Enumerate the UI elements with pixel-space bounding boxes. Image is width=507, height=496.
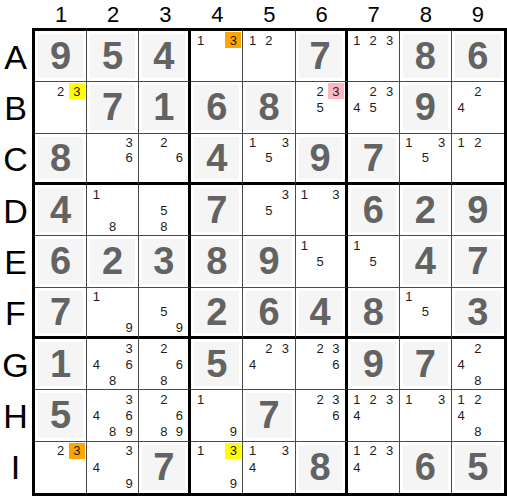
cell-C5[interactable]: 135: [243, 134, 295, 185]
cell-G9[interactable]: 248: [452, 339, 504, 390]
cell-A2[interactable]: 5: [87, 31, 139, 82]
empty-candidate-slot: [88, 304, 104, 319]
candidate-3: 3: [277, 135, 293, 150]
big-digit: 5: [455, 445, 501, 490]
cell-B6[interactable]: 235: [296, 82, 348, 133]
cell-D3[interactable]: 58: [139, 185, 191, 236]
candidate-9: 9: [121, 476, 137, 492]
big-digit: 5: [194, 342, 239, 386]
candidates-grid: 19: [191, 390, 242, 440]
empty-candidate-slot: [244, 476, 260, 492]
cell-E3[interactable]: 3: [139, 236, 191, 287]
empty-candidate-slot: [172, 218, 188, 234]
empty-candidate-slot: [104, 186, 120, 202]
big-digit: 2: [194, 291, 239, 333]
cell-A8[interactable]: 8: [400, 31, 452, 82]
empty-candidate-slot: [104, 459, 120, 475]
candidates-grid: 235: [296, 82, 345, 132]
empty-candidate-slot: [104, 202, 120, 218]
cell-A5[interactable]: 12: [243, 31, 295, 82]
cell-B2[interactable]: 7: [87, 82, 139, 133]
cell-G5[interactable]: 234: [243, 339, 295, 390]
candidate-1: 1: [349, 391, 365, 407]
candidate-9: 9: [172, 320, 188, 335]
empty-candidate-slot: [140, 391, 156, 407]
empty-candidate-slot: [88, 320, 104, 335]
empty-candidate-slot: [365, 459, 381, 475]
empty-candidate-slot: [349, 48, 365, 64]
empty-candidate-slot: [261, 372, 277, 388]
candidates-grid: 13: [400, 390, 451, 440]
cell-C7[interactable]: 7: [348, 134, 400, 185]
candidates-grid: 248: [452, 339, 504, 389]
cell-I8[interactable]: 6: [400, 442, 452, 493]
cell-C4[interactable]: 4: [191, 134, 243, 185]
column-labels: 123456789: [35, 0, 504, 27]
empty-candidate-slot: [172, 391, 188, 407]
empty-candidate-slot: [261, 356, 277, 372]
empty-candidate-slot: [277, 218, 293, 234]
cell-F1[interactable]: 7: [35, 288, 87, 339]
empty-candidate-slot: [381, 476, 397, 492]
empty-candidate-slot: [297, 270, 313, 286]
empty-candidate-slot: [486, 340, 503, 356]
empty-candidate-slot: [486, 99, 503, 115]
empty-candidate-slot: [140, 150, 156, 165]
cell-F8[interactable]: 15: [400, 288, 452, 339]
empty-candidate-slot: [225, 459, 241, 475]
empty-candidate-slot: [312, 356, 328, 372]
candidate-8: 8: [156, 424, 172, 440]
candidate-3: 3: [277, 186, 293, 202]
candidate-3: 3: [434, 135, 450, 150]
empty-candidate-slot: [104, 150, 120, 165]
empty-candidate-slot: [349, 270, 365, 286]
candidate-3-highlighted-yellow: 3: [225, 443, 241, 459]
cell-F6[interactable]: 4: [296, 288, 348, 339]
cell-E5[interactable]: 9: [243, 236, 295, 287]
cell-A1[interactable]: 9: [35, 31, 87, 82]
candidate-4: 4: [349, 459, 365, 475]
empty-candidate-slot: [261, 48, 277, 64]
empty-candidate-slot: [470, 150, 487, 165]
sudoku-app: 123456789 ABCDEFGHI 95413127123862371682…: [0, 0, 507, 496]
big-digit: 8: [351, 291, 396, 333]
empty-candidate-slot: [417, 424, 433, 440]
empty-candidate-slot: [486, 150, 503, 165]
candidates-grid: 23: [35, 82, 86, 132]
empty-candidate-slot: [417, 166, 433, 181]
cell-D6[interactable]: 13: [296, 185, 348, 236]
empty-candidate-slot: [88, 391, 104, 407]
column-label-3: 3: [139, 0, 191, 27]
cell-I3[interactable]: 7: [139, 442, 191, 493]
candidates-grid: 15: [400, 288, 451, 336]
column-label-4: 4: [191, 0, 243, 27]
empty-candidate-slot: [401, 166, 417, 181]
candidate-4: 4: [453, 407, 470, 423]
cell-A4[interactable]: 13: [191, 31, 243, 82]
row-label-I: I: [0, 442, 31, 493]
big-digit: 9: [403, 85, 448, 129]
big-digit: 7: [142, 445, 185, 490]
empty-candidate-slot: [381, 99, 397, 115]
candidate-1: 1: [453, 391, 470, 407]
cell-D2[interactable]: 18: [87, 185, 139, 236]
empty-candidate-slot: [209, 443, 225, 459]
cell-D4[interactable]: 7: [191, 185, 243, 236]
empty-candidate-slot: [277, 150, 293, 165]
empty-candidate-slot: [365, 424, 381, 440]
empty-candidate-slot: [277, 476, 293, 492]
cell-D8[interactable]: 2: [400, 185, 452, 236]
cell-H1[interactable]: 5: [35, 390, 87, 441]
empty-candidate-slot: [209, 391, 225, 407]
empty-candidate-slot: [261, 476, 277, 492]
candidate-6: 6: [121, 356, 137, 372]
candidate-2: 2: [365, 32, 381, 48]
row-label-E: E: [0, 236, 31, 287]
big-digit: 4: [299, 291, 342, 333]
empty-candidate-slot: [140, 424, 156, 440]
cell-D7[interactable]: 6: [348, 185, 400, 236]
cell-C2[interactable]: 36: [87, 134, 139, 185]
empty-candidate-slot: [52, 116, 68, 132]
empty-candidate-slot: [297, 407, 313, 423]
cell-C9[interactable]: 12: [452, 134, 504, 185]
empty-candidate-slot: [349, 424, 365, 440]
empty-candidate-slot: [36, 99, 52, 115]
cell-F9[interactable]: 3: [452, 288, 504, 339]
row-label-C: C: [0, 134, 31, 185]
big-digit: 6: [38, 239, 83, 283]
cell-H5[interactable]: 7: [243, 390, 295, 441]
empty-candidate-slot: [140, 289, 156, 304]
big-digit: 8: [246, 85, 291, 129]
cell-H9[interactable]: 1248: [452, 390, 504, 441]
empty-candidate-slot: [417, 407, 433, 423]
candidate-3: 3: [381, 443, 397, 459]
empty-candidate-slot: [486, 116, 503, 132]
candidate-3: 3: [328, 186, 344, 202]
cell-E9[interactable]: 7: [452, 236, 504, 287]
empty-candidate-slot: [104, 443, 120, 459]
candidate-1: 1: [297, 186, 313, 202]
row-label-H: H: [0, 390, 31, 441]
empty-candidate-slot: [244, 150, 260, 165]
candidate-3-highlighted-yellow: 3: [69, 83, 85, 99]
candidate-4: 4: [349, 407, 365, 423]
cell-G3[interactable]: 268: [139, 339, 191, 390]
candidate-1: 1: [453, 135, 470, 150]
cell-A6[interactable]: 7: [296, 31, 348, 82]
cell-F3[interactable]: 59: [139, 288, 191, 339]
empty-candidate-slot: [349, 64, 365, 80]
empty-candidate-slot: [244, 202, 260, 218]
cell-E4[interactable]: 8: [191, 236, 243, 287]
candidate-8: 8: [470, 424, 487, 440]
column-label-2: 2: [87, 0, 139, 27]
empty-candidate-slot: [417, 391, 433, 407]
cell-B9[interactable]: 24: [452, 82, 504, 133]
empty-candidate-slot: [140, 320, 156, 335]
cell-G8[interactable]: 7: [400, 339, 452, 390]
big-digit: 8: [194, 239, 239, 283]
candidates-grid: 18: [87, 185, 138, 235]
empty-candidate-slot: [328, 372, 344, 388]
cell-I2[interactable]: 349: [87, 442, 139, 493]
cell-B7[interactable]: 2345: [348, 82, 400, 133]
empty-candidate-slot: [453, 424, 470, 440]
cell-I9[interactable]: 5: [452, 442, 504, 493]
candidate-3-highlighted-orange: 3: [69, 443, 85, 459]
empty-candidate-slot: [381, 64, 397, 80]
empty-candidate-slot: [434, 304, 450, 319]
empty-candidate-slot: [453, 150, 470, 165]
empty-candidate-slot: [121, 459, 137, 475]
cell-F5[interactable]: 6: [243, 288, 295, 339]
empty-candidate-slot: [453, 116, 470, 132]
cell-I5[interactable]: 134: [243, 442, 295, 493]
candidate-6: 6: [172, 356, 188, 372]
cell-H6[interactable]: 236: [296, 390, 348, 441]
empty-candidate-slot: [277, 32, 293, 48]
big-digit: 8: [38, 137, 83, 179]
cell-F4[interactable]: 2: [191, 288, 243, 339]
empty-candidate-slot: [277, 166, 293, 181]
cell-A7[interactable]: 123: [348, 31, 400, 82]
empty-candidate-slot: [209, 424, 225, 440]
cell-E2[interactable]: 2: [87, 236, 139, 287]
big-digit: 4: [142, 34, 185, 78]
column-label-5: 5: [243, 0, 295, 27]
empty-candidate-slot: [121, 218, 137, 234]
big-digit: 1: [38, 342, 83, 386]
empty-candidate-slot: [312, 270, 328, 286]
candidate-9: 9: [121, 320, 137, 335]
big-digit: 7: [90, 85, 135, 129]
cell-E1[interactable]: 6: [35, 236, 87, 287]
empty-candidate-slot: [381, 116, 397, 132]
empty-candidate-slot: [297, 424, 313, 440]
candidate-3: 3: [381, 32, 397, 48]
candidates-grid: 234: [243, 339, 294, 389]
empty-candidate-slot: [172, 135, 188, 150]
empty-candidate-slot: [297, 83, 313, 99]
column-label-7: 7: [348, 0, 400, 27]
candidate-4: 4: [349, 99, 365, 115]
empty-candidate-slot: [401, 320, 417, 335]
candidates-grid: 12: [452, 134, 504, 182]
empty-candidate-slot: [244, 166, 260, 181]
cell-F7[interactable]: 8: [348, 288, 400, 339]
empty-candidate-slot: [52, 459, 68, 475]
candidates-grid: 349: [87, 442, 138, 493]
empty-candidate-slot: [209, 32, 225, 48]
empty-candidate-slot: [277, 372, 293, 388]
cell-B5[interactable]: 8: [243, 82, 295, 133]
empty-candidate-slot: [297, 116, 313, 132]
cell-E7[interactable]: 15: [348, 236, 400, 287]
cell-B1[interactable]: 23: [35, 82, 87, 133]
empty-candidate-slot: [140, 186, 156, 202]
big-digit: 4: [194, 137, 239, 179]
empty-candidate-slot: [261, 166, 277, 181]
cell-D9[interactable]: 9: [452, 185, 504, 236]
cell-I1[interactable]: 23: [35, 442, 87, 493]
empty-candidate-slot: [261, 186, 277, 202]
candidate-1: 1: [349, 443, 365, 459]
candidate-5: 5: [312, 99, 328, 115]
empty-candidate-slot: [470, 99, 487, 115]
cell-I7[interactable]: 1234: [348, 442, 400, 493]
empty-candidate-slot: [381, 237, 397, 253]
empty-candidate-slot: [486, 391, 503, 407]
row-label-A: A: [0, 31, 31, 82]
candidate-2: 2: [52, 443, 68, 459]
empty-candidate-slot: [349, 83, 365, 99]
empty-candidate-slot: [297, 218, 313, 234]
cell-C3[interactable]: 26: [139, 134, 191, 185]
empty-candidate-slot: [209, 459, 225, 475]
cell-G7[interactable]: 9: [348, 339, 400, 390]
empty-candidate-slot: [244, 48, 260, 64]
candidates-grid: 35: [243, 185, 294, 235]
candidates-grid: 13: [191, 31, 242, 81]
empty-candidate-slot: [486, 83, 503, 99]
candidate-3: 3: [121, 135, 137, 150]
empty-candidate-slot: [328, 253, 344, 269]
empty-candidate-slot: [381, 459, 397, 475]
empty-candidate-slot: [277, 356, 293, 372]
cell-H4[interactable]: 19: [191, 390, 243, 441]
candidate-2: 2: [470, 83, 487, 99]
cell-B8[interactable]: 9: [400, 82, 452, 133]
big-digit: 6: [403, 445, 448, 490]
big-digit: 9: [299, 137, 342, 179]
candidate-1: 1: [401, 289, 417, 304]
empty-candidate-slot: [121, 166, 137, 181]
empty-candidate-slot: [140, 166, 156, 181]
empty-candidate-slot: [192, 64, 208, 80]
candidate-6: 6: [121, 407, 137, 423]
candidate-5: 5: [156, 304, 172, 319]
empty-candidate-slot: [297, 372, 313, 388]
empty-candidate-slot: [365, 237, 381, 253]
empty-candidate-slot: [156, 166, 172, 181]
empty-candidate-slot: [417, 135, 433, 150]
empty-candidate-slot: [381, 270, 397, 286]
candidate-3: 3: [277, 443, 293, 459]
empty-candidate-slot: [401, 304, 417, 319]
cell-F2[interactable]: 19: [87, 288, 139, 339]
empty-candidate-slot: [381, 424, 397, 440]
empty-candidate-slot: [470, 356, 487, 372]
cell-D5[interactable]: 35: [243, 185, 295, 236]
candidate-5: 5: [261, 202, 277, 218]
candidate-3: 3: [381, 83, 397, 99]
empty-candidate-slot: [69, 476, 85, 492]
cell-H8[interactable]: 13: [400, 390, 452, 441]
cell-G6[interactable]: 236: [296, 339, 348, 390]
empty-candidate-slot: [349, 476, 365, 492]
empty-candidate-slot: [172, 304, 188, 319]
cell-G4[interactable]: 5: [191, 339, 243, 390]
cell-H2[interactable]: 34689: [87, 390, 139, 441]
big-digit: 6: [246, 291, 291, 333]
empty-candidate-slot: [277, 202, 293, 218]
empty-candidate-slot: [209, 48, 225, 64]
empty-candidate-slot: [297, 99, 313, 115]
cell-C1[interactable]: 8: [35, 134, 87, 185]
candidates-grid: 58: [139, 185, 188, 235]
empty-candidate-slot: [401, 150, 417, 165]
cell-A3[interactable]: 4: [139, 31, 191, 82]
cell-H7[interactable]: 1234: [348, 390, 400, 441]
candidate-1: 1: [88, 186, 104, 202]
cell-A9[interactable]: 6: [452, 31, 504, 82]
cell-B4[interactable]: 6: [191, 82, 243, 133]
candidate-1: 1: [244, 443, 260, 459]
cell-I4[interactable]: 139: [191, 442, 243, 493]
empty-candidate-slot: [209, 407, 225, 423]
candidate-1: 1: [401, 391, 417, 407]
candidate-9: 9: [172, 424, 188, 440]
candidate-4: 4: [244, 459, 260, 475]
empty-candidate-slot: [88, 150, 104, 165]
empty-candidate-slot: [69, 116, 85, 132]
empty-candidate-slot: [417, 320, 433, 335]
row-label-D: D: [0, 185, 31, 236]
candidate-5: 5: [156, 202, 172, 218]
empty-candidate-slot: [52, 99, 68, 115]
empty-candidate-slot: [244, 218, 260, 234]
cell-H3[interactable]: 2689: [139, 390, 191, 441]
empty-candidate-slot: [156, 320, 172, 335]
candidate-1: 1: [244, 135, 260, 150]
candidate-2: 2: [470, 340, 487, 356]
cell-G2[interactable]: 3468: [87, 339, 139, 390]
empty-candidate-slot: [328, 237, 344, 253]
empty-candidate-slot: [192, 407, 208, 423]
candidate-3: 3: [277, 340, 293, 356]
row-label-G: G: [0, 339, 31, 390]
cell-G1[interactable]: 1: [35, 339, 87, 390]
empty-candidate-slot: [261, 64, 277, 80]
empty-candidate-slot: [365, 270, 381, 286]
candidate-2: 2: [261, 340, 277, 356]
cell-C8[interactable]: 135: [400, 134, 452, 185]
candidate-1: 1: [401, 135, 417, 150]
candidate-8: 8: [156, 218, 172, 234]
empty-candidate-slot: [277, 459, 293, 475]
candidate-6: 6: [328, 356, 344, 372]
cell-E6[interactable]: 15: [296, 236, 348, 287]
candidates-grid: 15: [296, 236, 345, 286]
candidate-4: 4: [88, 356, 104, 372]
cell-B3[interactable]: 1: [139, 82, 191, 133]
empty-candidate-slot: [261, 443, 277, 459]
candidates-grid: 12: [243, 31, 294, 81]
candidates-grid: 26: [139, 134, 188, 182]
cell-C6[interactable]: 9: [296, 134, 348, 185]
candidates-grid: 268: [139, 339, 188, 389]
candidates-grid: 13: [296, 185, 345, 235]
cell-E8[interactable]: 4: [400, 236, 452, 287]
candidate-2: 2: [365, 83, 381, 99]
cell-I6[interactable]: 8: [296, 442, 348, 493]
cell-D1[interactable]: 4: [35, 185, 87, 236]
